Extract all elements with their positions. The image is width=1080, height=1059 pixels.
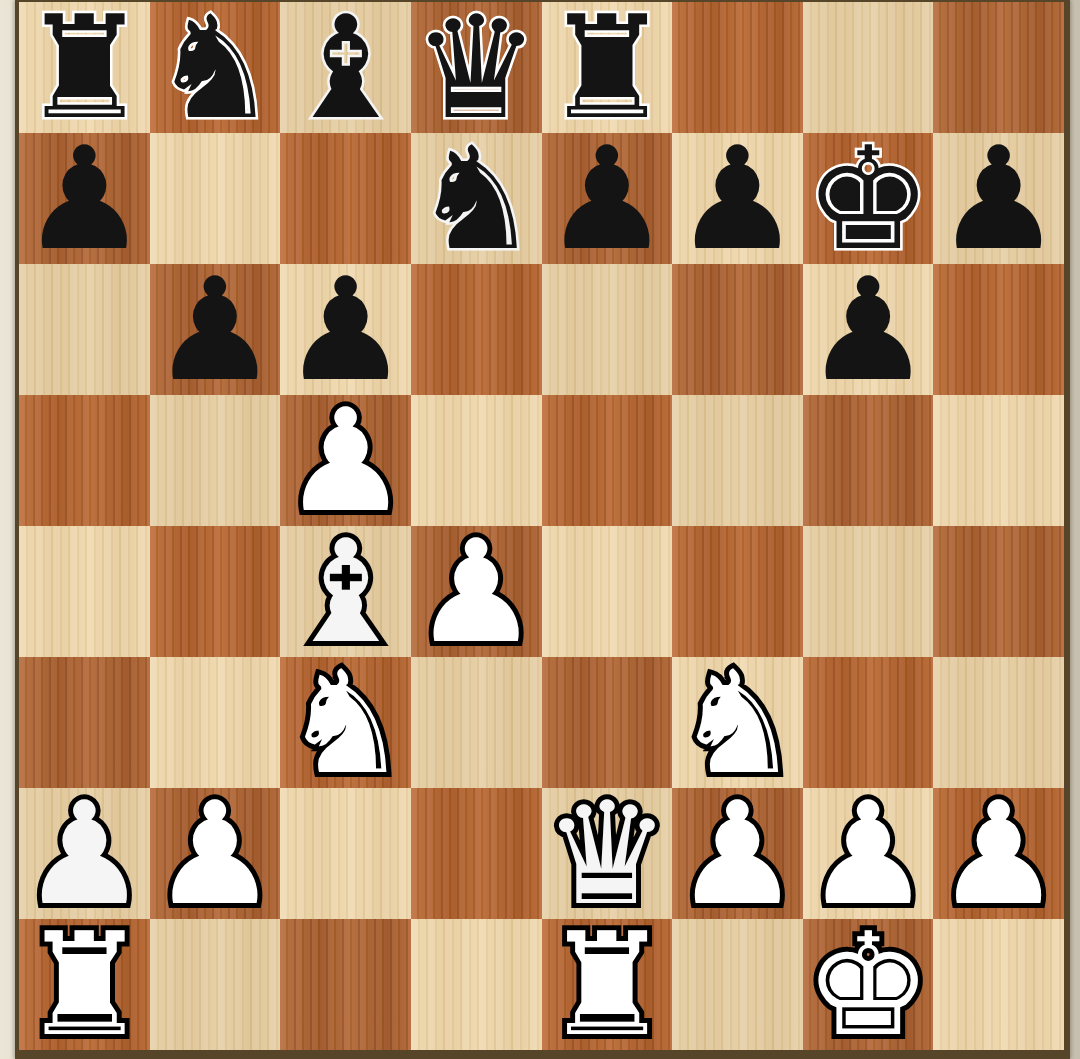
square-a8[interactable]: ♜♜ (19, 2, 150, 133)
square-e8[interactable]: ♜♜ (542, 2, 673, 133)
square-f3[interactable]: ♞♞ (672, 657, 803, 788)
black-king-icon[interactable]: ♚♚ (803, 133, 934, 264)
square-a1[interactable]: ♜♜ (19, 919, 150, 1050)
square-b8[interactable]: ♞♞ (150, 2, 281, 133)
square-b5[interactable] (150, 395, 281, 526)
square-g8[interactable] (803, 2, 934, 133)
square-f2[interactable]: ♟♟ (672, 788, 803, 919)
square-h7[interactable]: ♟♟ (933, 133, 1064, 264)
square-f7[interactable]: ♟♟ (672, 133, 803, 264)
square-h3[interactable] (933, 657, 1064, 788)
square-e5[interactable] (542, 395, 673, 526)
square-e7[interactable]: ♟♟ (542, 133, 673, 264)
black-pawn-icon[interactable]: ♟♟ (280, 264, 411, 395)
square-c3[interactable]: ♞♞ (280, 657, 411, 788)
square-b7[interactable] (150, 133, 281, 264)
white-rook-icon[interactable]: ♜♜ (19, 919, 150, 1050)
square-g1[interactable]: ♚♚ (803, 919, 934, 1050)
white-knight-icon[interactable]: ♞♞ (280, 657, 411, 788)
square-c5[interactable]: ♟♟ (280, 395, 411, 526)
square-g7[interactable]: ♚♚ (803, 133, 934, 264)
square-a6[interactable] (19, 264, 150, 395)
white-pawn-icon[interactable]: ♟♟ (19, 788, 150, 919)
white-king-icon[interactable]: ♚♚ (803, 919, 934, 1050)
square-e1[interactable]: ♜♜ (542, 919, 673, 1050)
square-b4[interactable] (150, 526, 281, 657)
white-pawn-icon[interactable]: ♟♟ (803, 788, 934, 919)
square-d3[interactable] (411, 657, 542, 788)
square-g4[interactable] (803, 526, 934, 657)
square-g5[interactable] (803, 395, 934, 526)
square-b3[interactable] (150, 657, 281, 788)
square-f8[interactable] (672, 2, 803, 133)
square-h2[interactable]: ♟♟ (933, 788, 1064, 919)
square-d5[interactable] (411, 395, 542, 526)
square-c6[interactable]: ♟♟ (280, 264, 411, 395)
square-a7[interactable]: ♟♟ (19, 133, 150, 264)
white-pawn-icon[interactable]: ♟♟ (672, 788, 803, 919)
square-e3[interactable] (542, 657, 673, 788)
square-d1[interactable] (411, 919, 542, 1050)
black-knight-icon[interactable]: ♞♞ (150, 2, 281, 133)
square-d7[interactable]: ♞♞ (411, 133, 542, 264)
white-knight-icon[interactable]: ♞♞ (672, 657, 803, 788)
white-bishop-icon[interactable]: ♝♝ (280, 526, 411, 657)
square-g3[interactable] (803, 657, 934, 788)
black-pawn-icon[interactable]: ♟♟ (672, 133, 803, 264)
square-b6[interactable]: ♟♟ (150, 264, 281, 395)
black-pawn-icon[interactable]: ♟♟ (803, 264, 934, 395)
square-d6[interactable] (411, 264, 542, 395)
square-a3[interactable] (19, 657, 150, 788)
square-b2[interactable]: ♟♟ (150, 788, 281, 919)
square-c4[interactable]: ♝♝ (280, 526, 411, 657)
square-c8[interactable]: ♝♝ (280, 2, 411, 133)
white-pawn-icon[interactable]: ♟♟ (411, 526, 542, 657)
black-rook-icon[interactable]: ♜♜ (19, 2, 150, 133)
chess-board-frame: ♜♜♞♞♝♝♛♛♜♜♟♟♞♞♟♟♟♟♚♚♟♟♟♟♟♟♟♟♟♟♝♝♟♟♞♞♞♞♟♟… (15, 0, 1070, 1059)
square-c7[interactable] (280, 133, 411, 264)
square-b1[interactable] (150, 919, 281, 1050)
square-g6[interactable]: ♟♟ (803, 264, 934, 395)
chess-board: ♜♜♞♞♝♝♛♛♜♜♟♟♞♞♟♟♟♟♚♚♟♟♟♟♟♟♟♟♟♟♝♝♟♟♞♞♞♞♟♟… (19, 2, 1064, 1050)
square-c2[interactable] (280, 788, 411, 919)
black-pawn-icon[interactable]: ♟♟ (542, 133, 673, 264)
white-pawn-icon[interactable]: ♟♟ (933, 788, 1064, 919)
square-f5[interactable] (672, 395, 803, 526)
black-queen-icon[interactable]: ♛♛ (411, 2, 542, 133)
square-e4[interactable] (542, 526, 673, 657)
square-a2[interactable]: ♟♟ (19, 788, 150, 919)
square-f4[interactable] (672, 526, 803, 657)
white-pawn-icon[interactable]: ♟♟ (150, 788, 281, 919)
square-a5[interactable] (19, 395, 150, 526)
square-d2[interactable] (411, 788, 542, 919)
square-c1[interactable] (280, 919, 411, 1050)
square-h4[interactable] (933, 526, 1064, 657)
square-d8[interactable]: ♛♛ (411, 2, 542, 133)
black-pawn-icon[interactable]: ♟♟ (150, 264, 281, 395)
square-f6[interactable] (672, 264, 803, 395)
black-rook-icon[interactable]: ♜♜ (542, 2, 673, 133)
black-pawn-icon[interactable]: ♟♟ (933, 133, 1064, 264)
square-g2[interactable]: ♟♟ (803, 788, 934, 919)
white-queen-icon[interactable]: ♛♛ (542, 788, 673, 919)
square-f1[interactable] (672, 919, 803, 1050)
black-knight-icon[interactable]: ♞♞ (411, 133, 542, 264)
square-e6[interactable] (542, 264, 673, 395)
black-pawn-icon[interactable]: ♟♟ (19, 133, 150, 264)
white-rook-icon[interactable]: ♜♜ (542, 919, 673, 1050)
square-a4[interactable] (19, 526, 150, 657)
square-h5[interactable] (933, 395, 1064, 526)
white-pawn-icon[interactable]: ♟♟ (280, 395, 411, 526)
square-h8[interactable] (933, 2, 1064, 133)
square-d4[interactable]: ♟♟ (411, 526, 542, 657)
black-bishop-icon[interactable]: ♝♝ (280, 2, 411, 133)
square-h1[interactable] (933, 919, 1064, 1050)
square-h6[interactable] (933, 264, 1064, 395)
square-e2[interactable]: ♛♛ (542, 788, 673, 919)
